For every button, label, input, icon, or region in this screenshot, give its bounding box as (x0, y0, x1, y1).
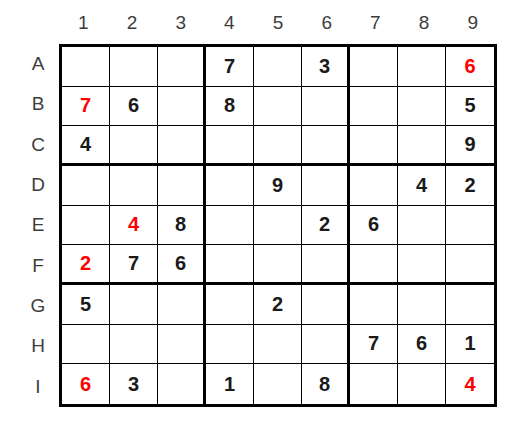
cell-B1[interactable]: 7 (62, 87, 110, 127)
cell-I6[interactable]: 8 (302, 364, 350, 404)
cell-F9[interactable] (446, 245, 494, 285)
row-label-B: B (22, 84, 54, 124)
cell-H4[interactable] (206, 325, 254, 365)
cell-D2[interactable] (110, 166, 158, 206)
cell-I7[interactable] (350, 364, 398, 404)
cell-I4[interactable]: 1 (206, 364, 254, 404)
col-label-1: 1 (59, 8, 108, 38)
col-label-8: 8 (400, 8, 449, 38)
col-label-7: 7 (351, 8, 400, 38)
cell-D6[interactable] (302, 166, 350, 206)
cell-C8[interactable] (398, 126, 446, 166)
cell-B2[interactable]: 6 (110, 87, 158, 127)
sudoku-page: 123456789 ABCDEFGHI 73676854994248262765… (0, 0, 518, 433)
row-label-H: H (22, 326, 54, 366)
cell-E1[interactable] (62, 206, 110, 246)
cell-C4[interactable] (206, 126, 254, 166)
cell-D9[interactable]: 2 (446, 166, 494, 206)
cell-E7[interactable]: 6 (350, 206, 398, 246)
cell-A8[interactable] (398, 47, 446, 87)
cell-E8[interactable] (398, 206, 446, 246)
cell-C1[interactable]: 4 (62, 126, 110, 166)
cell-B4[interactable]: 8 (206, 87, 254, 127)
cell-B5[interactable] (254, 87, 302, 127)
cell-E5[interactable] (254, 206, 302, 246)
cell-H3[interactable] (158, 325, 206, 365)
cell-A6[interactable]: 3 (302, 47, 350, 87)
row-label-A: A (22, 44, 54, 84)
cell-E9[interactable] (446, 206, 494, 246)
cell-E6[interactable]: 2 (302, 206, 350, 246)
cell-D5[interactable]: 9 (254, 166, 302, 206)
cell-B3[interactable] (158, 87, 206, 127)
row-label-D: D (22, 165, 54, 205)
cell-B8[interactable] (398, 87, 446, 127)
cell-A7[interactable] (350, 47, 398, 87)
cell-C6[interactable] (302, 126, 350, 166)
cell-E2[interactable]: 4 (110, 206, 158, 246)
cell-C3[interactable] (158, 126, 206, 166)
row-label-I: I (22, 367, 54, 407)
cell-H6[interactable] (302, 325, 350, 365)
cell-F2[interactable]: 7 (110, 245, 158, 285)
cell-A3[interactable] (158, 47, 206, 87)
cell-E3[interactable]: 8 (158, 206, 206, 246)
cell-A4[interactable]: 7 (206, 47, 254, 87)
row-label-G: G (22, 286, 54, 326)
row-label-E: E (22, 205, 54, 245)
cell-C2[interactable] (110, 126, 158, 166)
sudoku-board: 73676854994248262765276163184 (59, 44, 497, 407)
cell-I8[interactable] (398, 364, 446, 404)
cell-G9[interactable] (446, 285, 494, 325)
cell-H2[interactable] (110, 325, 158, 365)
cell-C9[interactable]: 9 (446, 126, 494, 166)
cell-I1[interactable]: 6 (62, 364, 110, 404)
cell-G4[interactable] (206, 285, 254, 325)
cell-A1[interactable] (62, 47, 110, 87)
cell-D4[interactable] (206, 166, 254, 206)
cell-G2[interactable] (110, 285, 158, 325)
cell-B6[interactable] (302, 87, 350, 127)
cell-F3[interactable]: 6 (158, 245, 206, 285)
cell-F6[interactable] (302, 245, 350, 285)
cell-F1[interactable]: 2 (62, 245, 110, 285)
cell-A9[interactable]: 6 (446, 47, 494, 87)
cell-H5[interactable] (254, 325, 302, 365)
cell-C7[interactable] (350, 126, 398, 166)
cell-G3[interactable] (158, 285, 206, 325)
row-labels: ABCDEFGHI (22, 44, 54, 407)
cell-C5[interactable] (254, 126, 302, 166)
cell-G1[interactable]: 5 (62, 285, 110, 325)
cell-I9[interactable]: 4 (446, 364, 494, 404)
row-label-F: F (22, 246, 54, 286)
cell-I5[interactable] (254, 364, 302, 404)
cell-F8[interactable] (398, 245, 446, 285)
cell-G8[interactable] (398, 285, 446, 325)
cell-A2[interactable] (110, 47, 158, 87)
col-label-2: 2 (108, 8, 157, 38)
column-labels: 123456789 (59, 8, 497, 38)
col-label-9: 9 (448, 8, 497, 38)
cell-G5[interactable]: 2 (254, 285, 302, 325)
cell-D8[interactable]: 4 (398, 166, 446, 206)
cell-F7[interactable] (350, 245, 398, 285)
cell-G6[interactable] (302, 285, 350, 325)
cell-B7[interactable] (350, 87, 398, 127)
cell-E4[interactable] (206, 206, 254, 246)
cell-D3[interactable] (158, 166, 206, 206)
col-label-4: 4 (205, 8, 254, 38)
cell-F5[interactable] (254, 245, 302, 285)
cell-B9[interactable]: 5 (446, 87, 494, 127)
cell-F4[interactable] (206, 245, 254, 285)
cell-I3[interactable] (158, 364, 206, 404)
cell-D7[interactable] (350, 166, 398, 206)
cell-D1[interactable] (62, 166, 110, 206)
cell-H1[interactable] (62, 325, 110, 365)
col-label-3: 3 (156, 8, 205, 38)
cell-H7[interactable]: 7 (350, 325, 398, 365)
cell-A5[interactable] (254, 47, 302, 87)
col-label-6: 6 (302, 8, 351, 38)
cell-G7[interactable] (350, 285, 398, 325)
cell-H8[interactable]: 6 (398, 325, 446, 365)
cell-I2[interactable]: 3 (110, 364, 158, 404)
row-label-C: C (22, 125, 54, 165)
cell-H9[interactable]: 1 (446, 325, 494, 365)
col-label-5: 5 (254, 8, 303, 38)
